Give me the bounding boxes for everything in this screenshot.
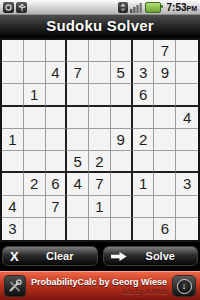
tools-wrench-icon	[4, 275, 26, 297]
clear-button[interactable]: X Clear	[2, 246, 98, 266]
sudoku-cell-r7c3[interactable]: 6	[46, 173, 68, 195]
sudoku-cell-r2c9[interactable]	[176, 62, 198, 84]
sudoku-cell-r7c5[interactable]: 7	[89, 173, 111, 195]
sudoku-cell-r1c7[interactable]	[133, 40, 155, 62]
clear-x-icon: X	[10, 250, 30, 263]
sudoku-cell-r6c3[interactable]	[46, 151, 68, 173]
sudoku-cell-r2c7[interactable]: 3	[133, 62, 155, 84]
sudoku-cell-r1c4[interactable]	[67, 40, 89, 62]
sudoku-cell-r5c6[interactable]: 9	[111, 129, 133, 151]
sudoku-cell-r6c9[interactable]	[176, 151, 198, 173]
sudoku-cell-r8c1[interactable]: 4	[2, 196, 24, 218]
phone-screen: 7:53PM Sudoku Solver 7475391641925226471…	[0, 0, 200, 300]
sudoku-cell-r2c4[interactable]: 7	[67, 62, 89, 84]
sudoku-cell-r2c8[interactable]: 9	[154, 62, 176, 84]
sudoku-cell-r3c4[interactable]	[67, 84, 89, 106]
sudoku-cell-r8c3[interactable]: 7	[46, 196, 68, 218]
sudoku-cell-r1c2[interactable]	[24, 40, 46, 62]
sudoku-cell-r7c8[interactable]	[154, 173, 176, 195]
sudoku-cell-r6c2[interactable]	[24, 151, 46, 173]
sudoku-cell-r2c6[interactable]: 5	[111, 62, 133, 84]
data-traffic-icon	[118, 2, 128, 13]
sudoku-cell-r4c5[interactable]	[89, 107, 111, 129]
sudoku-cell-r2c1[interactable]	[2, 62, 24, 84]
solve-button-label: Solve	[131, 250, 191, 262]
status-bar-right: 7:53PM	[118, 2, 197, 13]
download-arrow-icon: ↓	[177, 279, 192, 294]
sudoku-cell-r1c6[interactable]	[111, 40, 133, 62]
sudoku-cell-r9c9[interactable]	[176, 218, 198, 240]
sudoku-cell-r4c7[interactable]	[133, 107, 155, 129]
download-button[interactable]: ↓	[172, 275, 196, 297]
sudoku-cell-r4c6[interactable]	[111, 107, 133, 129]
grid-area: 7475391641925226471347136	[0, 38, 200, 242]
sudoku-cell-r8c9[interactable]	[176, 196, 198, 218]
sudoku-cell-r7c1[interactable]	[2, 173, 24, 195]
sudoku-cell-r1c8[interactable]: 7	[154, 40, 176, 62]
sudoku-cell-r5c8[interactable]	[154, 129, 176, 151]
solve-button[interactable]: Solve	[103, 246, 199, 266]
notification-icon	[3, 2, 14, 13]
sudoku-cell-r9c5[interactable]	[89, 218, 111, 240]
sudoku-cell-r1c3[interactable]	[46, 40, 68, 62]
sudoku-cell-r9c6[interactable]	[111, 218, 133, 240]
sudoku-cell-r3c8[interactable]	[154, 84, 176, 106]
sudoku-cell-r9c3[interactable]	[46, 218, 68, 240]
sudoku-cell-r5c2[interactable]	[24, 129, 46, 151]
sudoku-cell-r2c2[interactable]	[24, 62, 46, 84]
sudoku-cell-r1c1[interactable]	[2, 40, 24, 62]
sudoku-cell-r8c8[interactable]	[154, 196, 176, 218]
app-title: Sudoku Solver	[0, 15, 200, 38]
sudoku-cell-r5c1[interactable]: 1	[2, 129, 24, 151]
battery-icon	[145, 2, 161, 13]
sudoku-cell-r1c5[interactable]	[89, 40, 111, 62]
sudoku-cell-r9c4[interactable]	[67, 218, 89, 240]
sudoku-cell-r5c3[interactable]	[46, 129, 68, 151]
sudoku-cell-r5c7[interactable]: 2	[133, 129, 155, 151]
sudoku-cell-r7c4[interactable]: 4	[67, 173, 89, 195]
sudoku-cell-r4c3[interactable]	[46, 107, 68, 129]
sudoku-cell-r3c9[interactable]	[176, 84, 198, 106]
ad-title: ProbabilityCalc by Georg Wiese	[31, 277, 167, 287]
sudoku-cell-r4c9[interactable]: 4	[176, 107, 198, 129]
sudoku-cell-r7c2[interactable]: 2	[24, 173, 46, 195]
usb-icon	[16, 2, 27, 13]
sudoku-cell-r9c7[interactable]	[133, 218, 155, 240]
sudoku-cell-r3c7[interactable]: 6	[133, 84, 155, 106]
sudoku-cell-r4c4[interactable]	[67, 107, 89, 129]
sudoku-grid: 7475391641925226471347136	[0, 38, 200, 242]
sudoku-cell-r7c7[interactable]: 1	[133, 173, 155, 195]
sudoku-cell-r2c5[interactable]	[89, 62, 111, 84]
sudoku-cell-r1c9[interactable]	[176, 40, 198, 62]
sudoku-cell-r3c1[interactable]	[2, 84, 24, 106]
sudoku-cell-r3c2[interactable]: 1	[24, 84, 46, 106]
sudoku-cell-r6c5[interactable]: 2	[89, 151, 111, 173]
sudoku-cell-r8c6[interactable]	[111, 196, 133, 218]
sudoku-cell-r4c2[interactable]	[24, 107, 46, 129]
clock: 7:53PM	[166, 2, 197, 13]
sudoku-cell-r6c6[interactable]	[111, 151, 133, 173]
right-arrow-icon	[111, 252, 131, 261]
sudoku-cell-r9c2[interactable]	[24, 218, 46, 240]
sudoku-cell-r2c3[interactable]: 4	[46, 62, 68, 84]
sudoku-cell-r4c8[interactable]	[154, 107, 176, 129]
sudoku-cell-r7c9[interactable]: 3	[176, 173, 198, 195]
sudoku-cell-r8c2[interactable]	[24, 196, 46, 218]
sudoku-cell-r5c4[interactable]	[67, 129, 89, 151]
sudoku-cell-r5c9[interactable]	[176, 129, 198, 151]
sudoku-cell-r4c1[interactable]	[2, 107, 24, 129]
sudoku-cell-r6c1[interactable]	[2, 151, 24, 173]
sudoku-cell-r3c5[interactable]	[89, 84, 111, 106]
sudoku-cell-r8c7[interactable]	[133, 196, 155, 218]
sudoku-cell-r7c6[interactable]	[111, 173, 133, 195]
sudoku-cell-r8c4[interactable]	[67, 196, 89, 218]
status-bar: 7:53PM	[0, 0, 200, 15]
sudoku-cell-r3c3[interactable]	[46, 84, 68, 106]
ad-attribution: Ads by AdMob	[31, 288, 167, 295]
signal-strength-icon	[130, 2, 143, 13]
ad-banner[interactable]: ProbabilityCalc by Georg Wiese Ads by Ad…	[0, 271, 200, 300]
sudoku-cell-r6c7[interactable]	[133, 151, 155, 173]
sudoku-cell-r8c5[interactable]: 1	[89, 196, 111, 218]
sudoku-cell-r3c6[interactable]	[111, 84, 133, 106]
ad-text: ProbabilityCalc by Georg Wiese Ads by Ad…	[31, 277, 167, 295]
sudoku-cell-r5c5[interactable]	[89, 129, 111, 151]
sudoku-cell-r9c1[interactable]: 3	[2, 218, 24, 240]
button-bar: X Clear Solve	[0, 242, 200, 271]
sudoku-cell-r6c4[interactable]: 5	[67, 151, 89, 173]
clear-button-label: Clear	[30, 250, 90, 262]
sudoku-cell-r6c8[interactable]	[154, 151, 176, 173]
sudoku-cell-r9c8[interactable]: 6	[154, 218, 176, 240]
